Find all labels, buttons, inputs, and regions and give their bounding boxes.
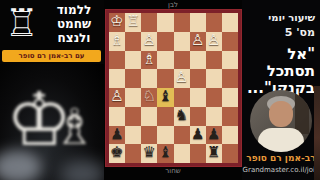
board-square [157, 13, 173, 32]
channel-logo: ♖ ללמוד שחמט ולנצח [1, 1, 103, 49]
left-panel: ♖ ללמוד שחמט ולנצח עם רב-אמן רם סופר ♔ ♗ [0, 0, 104, 180]
board-square [125, 126, 141, 145]
logo-text-line1: ללמוד [47, 3, 101, 17]
shirt-shape [258, 128, 304, 152]
white-bishop-piece: ♗ [141, 50, 157, 69]
board-square [222, 32, 238, 51]
white-bishop-photo-icon: ♗ [52, 98, 97, 156]
white-pawn-piece: ♙ [190, 31, 206, 50]
board-square: ♞ [174, 107, 190, 126]
board-square [222, 144, 238, 163]
board-square: ♝ [157, 144, 173, 163]
board-square [125, 32, 141, 51]
board-square [157, 126, 173, 145]
white-pawn-piece: ♙ [174, 68, 190, 87]
black-rook-piece: ♜ [206, 143, 222, 162]
right-panel: שיעור יומי מס' 5 "אל תסתכל בקנקן"... רב-… [242, 0, 320, 180]
board-square [190, 144, 206, 163]
board-square [174, 51, 190, 70]
board-square [206, 51, 222, 70]
board-square [109, 51, 125, 70]
chess-board: ♔♖♗♙♙♙♗♙♙♘♝♞♟♟♟♚♛♝♜ [106, 10, 241, 166]
logo-banner: עם רב-אמן רם סופר [2, 50, 101, 62]
edge-photo-fragment [314, 86, 320, 180]
board-square [222, 88, 238, 107]
black-pawn-piece: ♟ [206, 125, 222, 144]
face-shape [269, 101, 293, 127]
board-square: ♟ [190, 126, 206, 145]
black-bishop-piece: ♝ [157, 143, 173, 162]
board-square [174, 13, 190, 32]
bookshelf-shape [295, 94, 309, 134]
logo-text: ללמוד שחמט ולנצח [47, 3, 101, 45]
presenter-name: רב-אמן רם סופר [242, 153, 320, 163]
board-square [206, 69, 222, 88]
board-square: ♖ [125, 13, 141, 32]
board-square [206, 88, 222, 107]
board-square: ♗ [109, 32, 125, 51]
black-queen-piece: ♛ [141, 143, 157, 162]
board-square [222, 107, 238, 126]
board-square [190, 13, 206, 32]
website-url: Grandmaster.co.il/join [242, 166, 320, 174]
logo-text-line2: שחמט [47, 17, 101, 31]
quote-line1: "אל [243, 46, 315, 63]
white-pawn-piece: ♙ [109, 87, 125, 106]
board-square [109, 107, 125, 126]
board-square [190, 88, 206, 107]
photo-blur-shape [60, 160, 104, 180]
board-square [222, 69, 238, 88]
black-pawn-piece: ♟ [109, 125, 125, 144]
white-side-label: לבן [104, 1, 242, 9]
video-thumbnail: ♖ ללמוד שחמט ולנצח עם רב-אמן רם סופר ♔ ♗… [0, 0, 320, 180]
board-square: ♗ [141, 51, 157, 70]
board-square [125, 69, 141, 88]
board-square [125, 144, 141, 163]
board-square: ♙ [174, 69, 190, 88]
board-square [125, 107, 141, 126]
board-square [222, 51, 238, 70]
board-square [109, 69, 125, 88]
board-square [206, 107, 222, 126]
board-square [141, 107, 157, 126]
board-square [125, 51, 141, 70]
board-square [190, 69, 206, 88]
board-square [222, 126, 238, 145]
episode-number: מס' 5 [245, 26, 315, 39]
board-square: ♜ [206, 144, 222, 163]
white-bishop-piece: ♗ [109, 31, 125, 50]
board-square: ♘ [141, 88, 157, 107]
series-title: שיעור יומי [245, 12, 315, 23]
board-square: ♙ [141, 32, 157, 51]
board-square [157, 107, 173, 126]
black-knight-piece: ♞ [174, 106, 190, 125]
white-king-piece: ♔ [109, 12, 125, 31]
board-square: ♔ [109, 13, 125, 32]
board-square [174, 88, 190, 107]
board-square: ♙ [190, 32, 206, 51]
board-square [174, 144, 190, 163]
black-pawn-piece: ♟ [190, 125, 206, 144]
board-square: ♟ [206, 126, 222, 145]
white-pawn-piece: ♙ [141, 31, 157, 50]
black-side-label: שחור [104, 167, 242, 175]
black-king-piece: ♚ [109, 143, 125, 162]
board-square: ♟ [109, 126, 125, 145]
board-area: לבן ♔♖♗♙♙♙♗♙♙♘♝♞♟♟♟♚♛♝♜ שחור [104, 0, 242, 180]
board-square [206, 13, 222, 32]
presenter-avatar [250, 90, 312, 152]
board-square: ♙ [109, 88, 125, 107]
board-square [157, 32, 173, 51]
board-square: ♚ [109, 144, 125, 163]
board-square [174, 126, 190, 145]
board-square [125, 88, 141, 107]
board-square [141, 13, 157, 32]
board-square: ♛ [141, 144, 157, 163]
board-square [174, 32, 190, 51]
board-square: ♝ [157, 88, 173, 107]
board-square [222, 13, 238, 32]
rook-logo-icon: ♖ [5, 0, 39, 47]
black-bishop-piece: ♝ [157, 87, 173, 106]
board-square [141, 69, 157, 88]
board-square: ♙ [206, 32, 222, 51]
logo-text-line3: ולנצח [47, 31, 101, 45]
board-square [157, 69, 173, 88]
white-knight-piece: ♘ [141, 87, 157, 106]
white-pawn-piece: ♙ [206, 31, 222, 50]
chess-pieces-photo: ♔ ♗ [0, 64, 104, 180]
board-square [141, 126, 157, 145]
board-square [190, 51, 206, 70]
board-square [190, 107, 206, 126]
white-rook-piece: ♖ [125, 12, 141, 31]
quote-line2: תסתכל [243, 63, 315, 80]
board-square [157, 51, 173, 70]
